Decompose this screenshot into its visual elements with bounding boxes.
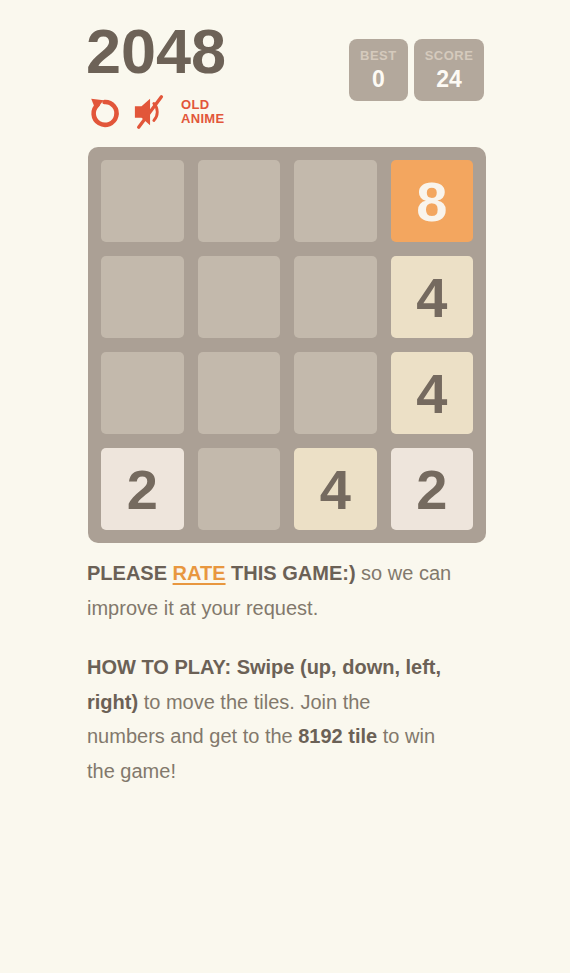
how-to-play-paragraph: HOW TO PLAY: Swipe (up, down, left,right… [87,650,487,788]
best-label: BEST [360,48,397,64]
rate-line2: improve it at your request. [87,597,318,619]
score-value: 24 [425,64,474,94]
cell-empty [198,160,281,242]
cell-empty [294,256,377,338]
variant-label-old-anime[interactable]: OLD ANIME [181,98,224,126]
muted-speaker-icon [132,118,170,133]
info-text: PLEASE RATE THIS GAME:) so we canimprove… [87,556,487,788]
game-title: 2048 [86,22,226,80]
how-line1: HOW TO PLAY: Swipe (up, down, left, [87,656,441,678]
variant-line1: OLD [181,98,224,112]
score-panel: BEST 0 SCORE 24 [349,39,484,101]
board[interactable]: 844242 [88,147,486,543]
best-score-box: BEST 0 [349,39,408,101]
cell-empty [198,256,281,338]
cell-empty [101,160,184,242]
tile-4: 4 [294,448,377,530]
rate-paragraph: PLEASE RATE THIS GAME:) so we canimprove… [87,556,487,625]
restart-button[interactable] [88,96,121,129]
how-line4: the game! [87,760,176,782]
best-value: 0 [360,64,397,94]
tile-4: 4 [391,352,474,434]
tile-4: 4 [391,256,474,338]
rate-link[interactable]: RATE [173,562,226,584]
score-label: SCORE [425,48,474,64]
how-line2-rest: to move the tiles. Join the [138,691,370,713]
cell-empty [294,160,377,242]
mute-button[interactable] [132,94,170,130]
cell-empty [101,352,184,434]
tile-8: 8 [391,160,474,242]
cell-empty [101,256,184,338]
current-score-box: SCORE 24 [414,39,485,101]
how-line3-b: to win [377,725,435,747]
variant-line2: ANIME [181,112,224,126]
tile-2: 2 [391,448,474,530]
rate-bold-tail: THIS GAME:) [226,562,356,584]
rate-rest: so we can [356,562,452,584]
cell-empty [198,448,281,530]
how-line3-a: numbers and get to the [87,725,298,747]
rate-bold-lead: PLEASE [87,562,173,584]
cell-empty [294,352,377,434]
controls-bar: OLD ANIME [88,93,224,131]
cell-empty [198,352,281,434]
tile-2: 2 [101,448,184,530]
restart-icon [88,117,121,132]
how-line3-bold: 8192 tile [298,725,377,747]
how-line2-bold: right) [87,691,138,713]
